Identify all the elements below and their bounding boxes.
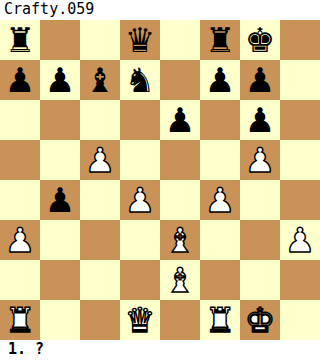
square-e8[interactable] [160, 20, 200, 60]
white-pawn-piece[interactable]: ♟ [5, 220, 35, 260]
square-b4[interactable]: ♟ [40, 180, 80, 220]
square-e5[interactable] [160, 140, 200, 180]
white-pawn-piece[interactable]: ♟ [205, 180, 235, 220]
square-b8[interactable] [40, 20, 80, 60]
white-bishop-piece[interactable]: ♝ [165, 260, 195, 300]
black-pawn-piece[interactable]: ♟ [5, 60, 35, 100]
square-g1[interactable]: ♚ [240, 300, 280, 340]
white-pawn-piece[interactable]: ♟ [245, 140, 275, 180]
square-a3[interactable]: ♟ [0, 220, 40, 260]
square-b5[interactable] [40, 140, 80, 180]
square-a1[interactable]: ♜ [0, 300, 40, 340]
square-b1[interactable] [40, 300, 80, 340]
square-f4[interactable]: ♟ [200, 180, 240, 220]
square-c3[interactable] [80, 220, 120, 260]
black-rook-piece[interactable]: ♜ [205, 20, 235, 60]
square-c8[interactable] [80, 20, 120, 60]
black-pawn-piece[interactable]: ♟ [245, 60, 275, 100]
square-a4[interactable] [0, 180, 40, 220]
square-a2[interactable] [0, 260, 40, 300]
black-pawn-piece[interactable]: ♟ [165, 100, 195, 140]
white-pawn-piece[interactable]: ♟ [125, 180, 155, 220]
square-f2[interactable] [200, 260, 240, 300]
square-d5[interactable] [120, 140, 160, 180]
black-knight-piece[interactable]: ♞ [125, 60, 155, 100]
square-g7[interactable]: ♟ [240, 60, 280, 100]
square-c5[interactable]: ♟ [80, 140, 120, 180]
square-h1[interactable] [280, 300, 320, 340]
crafty-window: Crafty.059 ♜♛♜♚♟♟♝♞♟♟♟♟♟♟♟♟♟♟♝♟♝♜♛♜♚ 1. … [0, 0, 320, 360]
white-pawn-piece[interactable]: ♟ [85, 140, 115, 180]
white-king-piece[interactable]: ♚ [245, 300, 275, 340]
square-f5[interactable] [200, 140, 240, 180]
black-pawn-piece[interactable]: ♟ [245, 100, 275, 140]
square-g8[interactable]: ♚ [240, 20, 280, 60]
square-e7[interactable] [160, 60, 200, 100]
black-pawn-piece[interactable]: ♟ [45, 180, 75, 220]
square-d6[interactable] [120, 100, 160, 140]
square-g5[interactable]: ♟ [240, 140, 280, 180]
square-b6[interactable] [40, 100, 80, 140]
black-bishop-piece[interactable]: ♝ [85, 60, 115, 100]
square-h4[interactable] [280, 180, 320, 220]
square-d2[interactable] [120, 260, 160, 300]
square-c2[interactable] [80, 260, 120, 300]
white-bishop-piece[interactable]: ♝ [165, 220, 195, 260]
move-prompt: 1. ? [0, 340, 320, 360]
square-e3[interactable]: ♝ [160, 220, 200, 260]
white-rook-piece[interactable]: ♜ [205, 300, 235, 340]
square-f1[interactable]: ♜ [200, 300, 240, 340]
square-d1[interactable]: ♛ [120, 300, 160, 340]
square-f3[interactable] [200, 220, 240, 260]
square-g3[interactable] [240, 220, 280, 260]
square-e6[interactable]: ♟ [160, 100, 200, 140]
black-rook-piece[interactable]: ♜ [5, 20, 35, 60]
square-h3[interactable]: ♟ [280, 220, 320, 260]
square-c1[interactable] [80, 300, 120, 340]
black-pawn-piece[interactable]: ♟ [45, 60, 75, 100]
square-a5[interactable] [0, 140, 40, 180]
square-c7[interactable]: ♝ [80, 60, 120, 100]
square-a6[interactable] [0, 100, 40, 140]
square-h2[interactable] [280, 260, 320, 300]
square-h5[interactable] [280, 140, 320, 180]
black-king-piece[interactable]: ♚ [245, 20, 275, 60]
window-title: Crafty.059 [0, 0, 320, 20]
square-e1[interactable] [160, 300, 200, 340]
black-pawn-piece[interactable]: ♟ [205, 60, 235, 100]
square-e4[interactable] [160, 180, 200, 220]
square-f7[interactable]: ♟ [200, 60, 240, 100]
square-g2[interactable] [240, 260, 280, 300]
square-g4[interactable] [240, 180, 280, 220]
square-c6[interactable] [80, 100, 120, 140]
square-b7[interactable]: ♟ [40, 60, 80, 100]
square-d4[interactable]: ♟ [120, 180, 160, 220]
square-d3[interactable] [120, 220, 160, 260]
white-pawn-piece[interactable]: ♟ [285, 220, 315, 260]
square-h7[interactable] [280, 60, 320, 100]
square-a8[interactable]: ♜ [0, 20, 40, 60]
white-queen-piece[interactable]: ♛ [125, 300, 155, 340]
square-d8[interactable]: ♛ [120, 20, 160, 60]
square-h8[interactable] [280, 20, 320, 60]
square-d7[interactable]: ♞ [120, 60, 160, 100]
square-c4[interactable] [80, 180, 120, 220]
square-a7[interactable]: ♟ [0, 60, 40, 100]
square-f8[interactable]: ♜ [200, 20, 240, 60]
chess-board[interactable]: ♜♛♜♚♟♟♝♞♟♟♟♟♟♟♟♟♟♟♝♟♝♜♛♜♚ [0, 20, 320, 340]
square-f6[interactable] [200, 100, 240, 140]
square-b2[interactable] [40, 260, 80, 300]
square-e2[interactable]: ♝ [160, 260, 200, 300]
black-queen-piece[interactable]: ♛ [125, 20, 155, 60]
square-h6[interactable] [280, 100, 320, 140]
square-g6[interactable]: ♟ [240, 100, 280, 140]
square-b3[interactable] [40, 220, 80, 260]
white-rook-piece[interactable]: ♜ [5, 300, 35, 340]
